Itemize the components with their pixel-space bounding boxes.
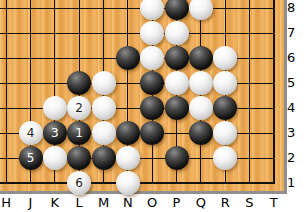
stone-P5[interactable]: [165, 71, 189, 95]
stone-M4[interactable]: [92, 96, 116, 120]
coord-label-col-S: S: [241, 195, 259, 210]
stone-L5[interactable]: [67, 71, 91, 95]
grid-line-col-T: [273, 0, 275, 184]
coord-label-col-O: O: [143, 195, 161, 210]
coord-label-row-7: 7: [287, 25, 305, 41]
stone-Q4[interactable]: [189, 96, 213, 120]
stone-O5[interactable]: [140, 71, 164, 95]
stone-Q5[interactable]: [189, 71, 213, 95]
stone-O3[interactable]: [140, 121, 164, 145]
stone-M2[interactable]: [92, 146, 116, 170]
grid-line-row-8: [0, 8, 275, 9]
stone-L4[interactable]: 2: [67, 96, 91, 120]
move-number-6: 6: [75, 177, 83, 189]
stone-O4[interactable]: [140, 96, 164, 120]
coord-label-col-K: K: [46, 195, 64, 210]
coord-label-row-5: 5: [287, 75, 305, 91]
stone-K4[interactable]: [43, 96, 67, 120]
stone-M5[interactable]: [92, 71, 116, 95]
move-number-2: 2: [75, 102, 83, 114]
stone-O6[interactable]: [140, 46, 164, 70]
stone-L2[interactable]: [67, 146, 91, 170]
coord-label-col-M: M: [95, 195, 113, 210]
stone-J2[interactable]: 5: [19, 146, 43, 170]
coord-label-col-R: R: [216, 195, 234, 210]
coord-label-row-6: 6: [287, 50, 305, 66]
stone-R3[interactable]: [213, 121, 237, 145]
stone-N6[interactable]: [116, 46, 140, 70]
stone-P2[interactable]: [165, 146, 189, 170]
go-board-screenshot: 243156 HJKLMNOPQRST87654321: [0, 0, 308, 212]
grid-line-col-S: [249, 0, 250, 184]
grid-line-row-7: [0, 33, 275, 34]
coord-label-row-1: 1: [287, 175, 305, 191]
coord-label-col-H: H: [0, 195, 15, 210]
stone-L3[interactable]: 1: [67, 121, 91, 145]
grid-line-col-H: [6, 0, 7, 184]
stone-R2[interactable]: [213, 146, 237, 170]
stone-P7[interactable]: [165, 21, 189, 45]
coord-label-col-Q: Q: [192, 195, 210, 210]
stone-K2[interactable]: [43, 146, 67, 170]
stone-P6[interactable]: [165, 46, 189, 70]
stone-L1[interactable]: 6: [67, 171, 91, 195]
coord-label-row-4: 4: [287, 100, 305, 116]
coord-label-col-J: J: [22, 195, 40, 210]
stone-R4[interactable]: [213, 96, 237, 120]
stone-O7[interactable]: [140, 21, 164, 45]
move-number-1: 1: [75, 127, 83, 139]
coord-label-col-N: N: [119, 195, 137, 210]
stone-N1[interactable]: [116, 171, 140, 195]
stone-N2[interactable]: [116, 146, 140, 170]
coord-label-col-T: T: [265, 195, 283, 210]
stone-M3[interactable]: [92, 121, 116, 145]
coord-label-row-2: 2: [287, 150, 305, 166]
stone-P8[interactable]: [165, 0, 189, 20]
coord-label-row-3: 3: [287, 125, 305, 141]
stone-N3[interactable]: [116, 121, 140, 145]
stone-R6[interactable]: [213, 46, 237, 70]
move-number-4: 4: [27, 127, 35, 139]
coord-label-col-L: L: [70, 195, 88, 210]
stone-K3[interactable]: 3: [43, 121, 67, 145]
stone-Q3[interactable]: [189, 121, 213, 145]
move-number-5: 5: [27, 152, 35, 164]
stone-Q6[interactable]: [189, 46, 213, 70]
coord-label-col-P: P: [168, 195, 186, 210]
stone-P4[interactable]: [165, 96, 189, 120]
coord-label-row-8: 8: [287, 0, 305, 16]
stone-J3[interactable]: 4: [19, 121, 43, 145]
move-number-3: 3: [51, 127, 59, 139]
stone-R5[interactable]: [213, 71, 237, 95]
